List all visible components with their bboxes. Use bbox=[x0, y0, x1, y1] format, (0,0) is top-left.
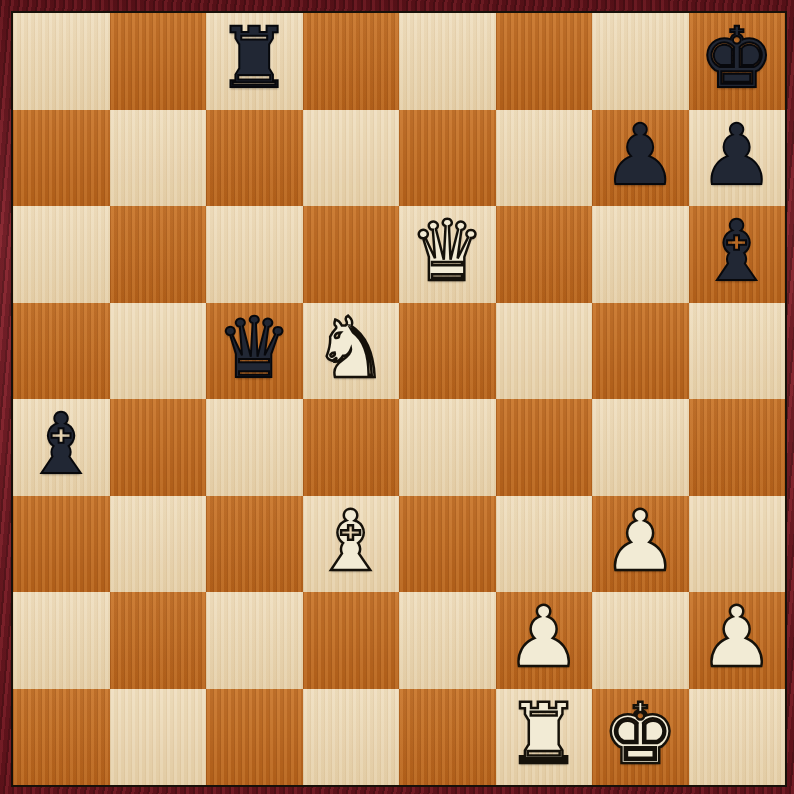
piece-white-king-g1[interactable]: ♚ bbox=[603, 692, 678, 776]
square-c5[interactable]: ♛ bbox=[206, 303, 303, 400]
square-b6[interactable] bbox=[110, 206, 207, 303]
square-a5[interactable] bbox=[13, 303, 110, 400]
piece-black-pawn-h7[interactable]: ♟ bbox=[699, 113, 774, 197]
piece-white-pawn-f2[interactable]: ♟ bbox=[506, 595, 581, 679]
square-c8[interactable]: ♜ bbox=[206, 13, 303, 110]
square-f6[interactable] bbox=[496, 206, 593, 303]
square-c6[interactable] bbox=[206, 206, 303, 303]
square-g4[interactable] bbox=[592, 399, 689, 496]
piece-black-bishop-h6[interactable]: ♝ bbox=[699, 209, 774, 293]
square-e1[interactable] bbox=[399, 689, 496, 786]
square-g5[interactable] bbox=[592, 303, 689, 400]
piece-black-bishop-a4[interactable]: ♝ bbox=[24, 402, 99, 486]
square-d7[interactable] bbox=[303, 110, 400, 207]
square-d8[interactable] bbox=[303, 13, 400, 110]
square-e2[interactable] bbox=[399, 592, 496, 689]
square-g1[interactable]: ♚ bbox=[592, 689, 689, 786]
piece-white-rook-f1[interactable]: ♜ bbox=[506, 692, 581, 776]
square-f2[interactable]: ♟ bbox=[496, 592, 593, 689]
square-b2[interactable] bbox=[110, 592, 207, 689]
piece-black-pawn-g7[interactable]: ♟ bbox=[603, 113, 678, 197]
square-f7[interactable] bbox=[496, 110, 593, 207]
square-e8[interactable] bbox=[399, 13, 496, 110]
square-e7[interactable] bbox=[399, 110, 496, 207]
square-d2[interactable] bbox=[303, 592, 400, 689]
chess-board: ♜♚♟♟♛♝♛♞♝♝♟♟♟♜♚ bbox=[11, 11, 787, 787]
square-a7[interactable] bbox=[13, 110, 110, 207]
piece-white-bishop-d3[interactable]: ♝ bbox=[313, 499, 388, 583]
square-a8[interactable] bbox=[13, 13, 110, 110]
square-h8[interactable]: ♚ bbox=[689, 13, 786, 110]
piece-white-pawn-h2[interactable]: ♟ bbox=[699, 595, 774, 679]
square-f3[interactable] bbox=[496, 496, 593, 593]
square-g6[interactable] bbox=[592, 206, 689, 303]
square-d1[interactable] bbox=[303, 689, 400, 786]
square-a3[interactable] bbox=[13, 496, 110, 593]
square-f8[interactable] bbox=[496, 13, 593, 110]
square-h2[interactable]: ♟ bbox=[689, 592, 786, 689]
piece-black-queen-c5[interactable]: ♛ bbox=[217, 306, 292, 390]
square-d5[interactable]: ♞ bbox=[303, 303, 400, 400]
square-f5[interactable] bbox=[496, 303, 593, 400]
square-h5[interactable] bbox=[689, 303, 786, 400]
square-e6[interactable]: ♛ bbox=[399, 206, 496, 303]
piece-black-rook-c8[interactable]: ♜ bbox=[217, 16, 292, 100]
square-h4[interactable] bbox=[689, 399, 786, 496]
square-e3[interactable] bbox=[399, 496, 496, 593]
square-b7[interactable] bbox=[110, 110, 207, 207]
square-a6[interactable] bbox=[13, 206, 110, 303]
square-e4[interactable] bbox=[399, 399, 496, 496]
piece-white-pawn-g3[interactable]: ♟ bbox=[603, 499, 678, 583]
square-e5[interactable] bbox=[399, 303, 496, 400]
square-f1[interactable]: ♜ bbox=[496, 689, 593, 786]
square-c7[interactable] bbox=[206, 110, 303, 207]
square-b4[interactable] bbox=[110, 399, 207, 496]
square-g2[interactable] bbox=[592, 592, 689, 689]
square-b5[interactable] bbox=[110, 303, 207, 400]
square-h7[interactable]: ♟ bbox=[689, 110, 786, 207]
square-c3[interactable] bbox=[206, 496, 303, 593]
square-d3[interactable]: ♝ bbox=[303, 496, 400, 593]
square-d4[interactable] bbox=[303, 399, 400, 496]
piece-black-king-h8[interactable]: ♚ bbox=[699, 16, 774, 100]
square-b3[interactable] bbox=[110, 496, 207, 593]
square-h6[interactable]: ♝ bbox=[689, 206, 786, 303]
square-h1[interactable] bbox=[689, 689, 786, 786]
square-g3[interactable]: ♟ bbox=[592, 496, 689, 593]
square-b8[interactable] bbox=[110, 13, 207, 110]
square-d6[interactable] bbox=[303, 206, 400, 303]
square-g8[interactable] bbox=[592, 13, 689, 110]
square-c2[interactable] bbox=[206, 592, 303, 689]
square-f4[interactable] bbox=[496, 399, 593, 496]
square-a1[interactable] bbox=[13, 689, 110, 786]
square-c4[interactable] bbox=[206, 399, 303, 496]
square-h3[interactable] bbox=[689, 496, 786, 593]
square-a2[interactable] bbox=[13, 592, 110, 689]
square-c1[interactable] bbox=[206, 689, 303, 786]
piece-white-knight-d5[interactable]: ♞ bbox=[313, 306, 388, 390]
chess-board-frame: ♜♚♟♟♛♝♛♞♝♝♟♟♟♜♚ bbox=[0, 0, 794, 794]
piece-white-queen-e6[interactable]: ♛ bbox=[410, 209, 485, 293]
square-g7[interactable]: ♟ bbox=[592, 110, 689, 207]
square-a4[interactable]: ♝ bbox=[13, 399, 110, 496]
square-b1[interactable] bbox=[110, 689, 207, 786]
